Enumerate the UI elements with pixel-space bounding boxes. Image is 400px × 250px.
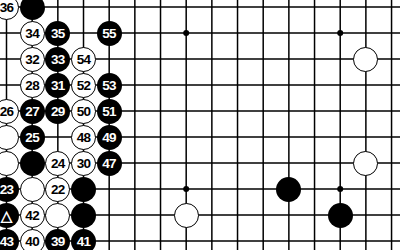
move-number-label: 40 — [25, 235, 39, 249]
move-number-label: 27 — [25, 105, 39, 119]
stone-white-E10-move-22: 22 — [45, 177, 70, 202]
stone-white-D8-move-40: 40 — [20, 229, 45, 250]
stone-white-K9 — [174, 203, 199, 228]
move-number-label: 29 — [51, 105, 65, 119]
move-number-label: 41 — [77, 235, 91, 249]
move-number-label: 54 — [77, 53, 91, 67]
stone-black-G13-move-51: 51 — [97, 99, 122, 124]
stone-white-R15 — [353, 47, 378, 72]
move-number-label: 34 — [25, 27, 39, 41]
stone-white-F15-move-54: 54 — [71, 47, 96, 72]
stone-black-G12-move-49: 49 — [97, 125, 122, 150]
stone-white-F12-move-48: 48 — [71, 125, 96, 150]
move-number-label: 23 — [0, 183, 13, 197]
stone-white-F13-move-50: 50 — [71, 99, 96, 124]
move-number-label: 48 — [77, 131, 91, 145]
stone-white-F14-move-52: 52 — [71, 73, 96, 98]
move-number-label: 24 — [51, 157, 65, 171]
stone-white-D16-move-34: 34 — [20, 21, 45, 46]
move-number-label: 49 — [102, 131, 116, 145]
move-number-label: 25 — [25, 131, 39, 145]
move-number-label: 53 — [102, 79, 116, 93]
stone-black-E16-move-35: 35 — [45, 21, 70, 46]
move-number-label: 32 — [25, 53, 39, 67]
triangle-marker: △ — [1, 207, 13, 222]
stone-black-C10-move-23: 23 — [0, 177, 19, 202]
stone-black-D12-move-25: 25 — [20, 125, 45, 150]
stone-white-E11-move-24: 24 — [45, 151, 70, 176]
move-number-label: 31 — [51, 79, 65, 93]
stone-black-E8-move-39: 39 — [45, 229, 70, 250]
stone-white-C13-move-26: 26 — [0, 99, 19, 124]
stone-black-D17 — [20, 0, 45, 20]
stone-black-F8-move-41: 41 — [71, 229, 96, 250]
stone-white-C11 — [0, 151, 19, 176]
stone-white-F11-move-30: 30 — [71, 151, 96, 176]
stone-white-D14-move-28: 28 — [20, 73, 45, 98]
move-number-label: 55 — [102, 27, 116, 41]
stone-black-G16-move-55: 55 — [97, 21, 122, 46]
move-number-label: 43 — [0, 235, 13, 249]
move-number-label: 39 — [51, 235, 65, 249]
move-number-label: 51 — [102, 105, 116, 119]
stone-black-E15-move-33: 33 — [45, 47, 70, 72]
stone-white-D10 — [20, 177, 45, 202]
move-number-label: 22 — [51, 183, 65, 197]
move-number-label: 47 — [102, 157, 116, 171]
stone-black-C8-move-43: 43 — [0, 229, 19, 250]
move-number-label: 30 — [77, 157, 91, 171]
move-number-label: 50 — [77, 105, 91, 119]
move-number-label: 33 — [51, 53, 65, 67]
stone-white-R11 — [353, 151, 378, 176]
move-number-label: 42 — [25, 209, 39, 223]
stone-black-D13-move-27: 27 — [20, 99, 45, 124]
stone-black-E14-move-31: 31 — [45, 73, 70, 98]
go-diagram[interactable]: 3634355532335428315253262729505125484924… — [0, 0, 400, 250]
stone-black-F10 — [71, 177, 96, 202]
move-number-label: 26 — [0, 105, 13, 119]
move-number-label: 28 — [25, 79, 39, 93]
stone-white-E9 — [45, 203, 70, 228]
stone-black-C9: △ — [0, 203, 19, 228]
stone-black-D11 — [20, 151, 45, 176]
stone-black-F9 — [71, 203, 96, 228]
move-number-label: 36 — [0, 1, 13, 15]
move-number-label: 52 — [77, 79, 91, 93]
stone-black-Q9 — [328, 203, 353, 228]
stone-black-G11-move-47: 47 — [97, 151, 122, 176]
stone-white-D9-move-42: 42 — [20, 203, 45, 228]
stones-layer: 3634355532335428315253262729505125484924… — [0, 0, 400, 250]
stone-black-G14-move-53: 53 — [97, 73, 122, 98]
stone-black-O10 — [276, 177, 301, 202]
move-number-label: 35 — [51, 27, 65, 41]
stone-white-C17-move-36: 36 — [0, 0, 19, 20]
stone-white-D15-move-32: 32 — [20, 47, 45, 72]
stone-black-E13-move-29: 29 — [45, 99, 70, 124]
stone-white-C12 — [0, 125, 19, 150]
